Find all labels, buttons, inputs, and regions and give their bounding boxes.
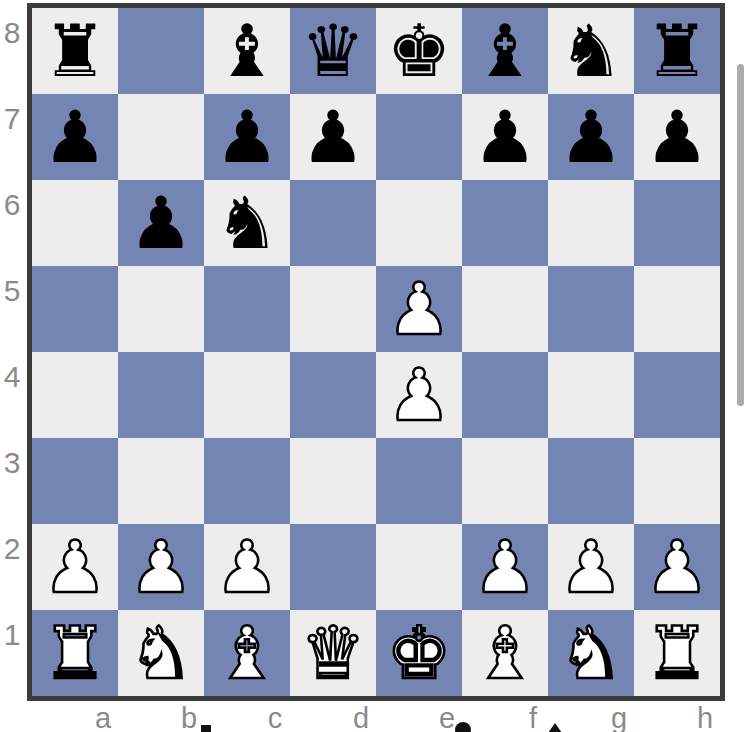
piece-black-bishop-f8: ♝ [473, 8, 538, 94]
square-g6[interactable] [548, 180, 634, 266]
square-h4[interactable] [634, 352, 720, 438]
square-e3[interactable] [376, 438, 462, 524]
square-d5[interactable] [290, 266, 376, 352]
square-e7[interactable] [376, 94, 462, 180]
square-h7[interactable]: ♟ [634, 94, 720, 180]
square-f2[interactable]: ♟ [462, 524, 548, 610]
piece-black-pawn-b6: ♟ [129, 180, 194, 266]
piece-black-pawn-h7: ♟ [645, 94, 710, 180]
square-h3[interactable] [634, 438, 720, 524]
square-g7[interactable]: ♟ [548, 94, 634, 180]
square-f5[interactable] [462, 266, 548, 352]
scrollbar-thumb[interactable] [737, 64, 744, 406]
piece-white-pawn-e5: ♟ [387, 266, 452, 352]
square-b6[interactable]: ♟ [118, 180, 204, 266]
square-f4[interactable] [462, 352, 548, 438]
piece-black-queen-d8: ♛ [301, 8, 366, 94]
square-g3[interactable] [548, 438, 634, 524]
square-g4[interactable] [548, 352, 634, 438]
piece-black-knight-g8: ♞ [559, 8, 624, 94]
file-label-e: e [439, 704, 455, 732]
square-h6[interactable] [634, 180, 720, 266]
square-f7[interactable]: ♟ [462, 94, 548, 180]
file-label-a: a [95, 704, 111, 732]
square-f3[interactable] [462, 438, 548, 524]
piece-white-knight-b1: ♞ [129, 610, 194, 696]
piece-white-pawn-h2: ♟ [645, 524, 710, 610]
square-b7[interactable] [118, 94, 204, 180]
square-g5[interactable] [548, 266, 634, 352]
square-f6[interactable] [462, 180, 548, 266]
square-c3[interactable] [204, 438, 290, 524]
cutoff-glyph-round-blob [455, 722, 471, 732]
square-g2[interactable]: ♟ [548, 524, 634, 610]
square-a4[interactable] [32, 352, 118, 438]
piece-black-pawn-g7: ♟ [559, 94, 624, 180]
square-b5[interactable] [118, 266, 204, 352]
square-b8[interactable] [118, 8, 204, 94]
square-c8[interactable]: ♝ [204, 8, 290, 94]
square-a1[interactable]: ♜ [32, 610, 118, 696]
square-g1[interactable]: ♞ [548, 610, 634, 696]
square-c2[interactable]: ♟ [204, 524, 290, 610]
square-b1[interactable]: ♞ [118, 610, 204, 696]
square-c4[interactable] [204, 352, 290, 438]
piece-white-bishop-f1: ♝ [473, 610, 538, 696]
rank-label-5: 5 [0, 274, 24, 307]
square-e6[interactable] [376, 180, 462, 266]
file-label-d: d [353, 704, 369, 732]
square-d4[interactable] [290, 352, 376, 438]
piece-white-pawn-c2: ♟ [215, 524, 280, 610]
square-b2[interactable]: ♟ [118, 524, 204, 610]
chess-app-viewport: 87654321 ♜♝♛♚♝♞♜♟♟♟♟♟♟♟♞♟♟♟♟♟♟♟♟♜♞♝♛♚♝♞♜… [0, 0, 750, 732]
rank-label-1: 1 [0, 618, 24, 651]
square-h5[interactable] [634, 266, 720, 352]
square-h1[interactable]: ♜ [634, 610, 720, 696]
square-g8[interactable]: ♞ [548, 8, 634, 94]
piece-black-king-e8: ♚ [387, 8, 452, 94]
square-d8[interactable]: ♛ [290, 8, 376, 94]
square-e2[interactable] [376, 524, 462, 610]
piece-black-knight-c6: ♞ [215, 180, 280, 266]
square-d2[interactable] [290, 524, 376, 610]
cutoff-glyph-triangle [548, 723, 562, 732]
piece-black-pawn-c7: ♟ [215, 94, 280, 180]
file-label-h: h [697, 704, 713, 732]
square-a2[interactable]: ♟ [32, 524, 118, 610]
square-a7[interactable]: ♟ [32, 94, 118, 180]
square-a5[interactable] [32, 266, 118, 352]
square-d6[interactable] [290, 180, 376, 266]
rank-label-7: 7 [0, 102, 24, 135]
rank-label-3: 3 [0, 446, 24, 479]
cutoff-glyph-square-dot [201, 725, 211, 732]
square-d7[interactable]: ♟ [290, 94, 376, 180]
square-c1[interactable]: ♝ [204, 610, 290, 696]
file-label-f: f [529, 704, 537, 732]
piece-white-pawn-g2: ♟ [559, 524, 624, 610]
piece-black-pawn-d7: ♟ [301, 94, 366, 180]
square-e4[interactable]: ♟ [376, 352, 462, 438]
square-b3[interactable] [118, 438, 204, 524]
file-label-b: b [181, 704, 197, 732]
piece-white-king-e1: ♚ [387, 610, 452, 696]
square-d1[interactable]: ♛ [290, 610, 376, 696]
square-e8[interactable]: ♚ [376, 8, 462, 94]
piece-white-rook-a1: ♜ [43, 610, 108, 696]
piece-white-pawn-e4: ♟ [387, 352, 452, 438]
piece-white-queen-d1: ♛ [301, 610, 366, 696]
square-c7[interactable]: ♟ [204, 94, 290, 180]
piece-black-bishop-c8: ♝ [215, 8, 280, 94]
rank-label-8: 8 [0, 16, 24, 49]
square-a3[interactable] [32, 438, 118, 524]
square-a8[interactable]: ♜ [32, 8, 118, 94]
piece-white-knight-g1: ♞ [559, 610, 624, 696]
square-e5[interactable]: ♟ [376, 266, 462, 352]
square-d3[interactable] [290, 438, 376, 524]
square-e1[interactable]: ♚ [376, 610, 462, 696]
rank-label-2: 2 [0, 532, 24, 565]
piece-black-rook-h8: ♜ [645, 8, 710, 94]
rank-label-4: 4 [0, 360, 24, 393]
file-label-g: g [611, 704, 627, 732]
square-b4[interactable] [118, 352, 204, 438]
square-f8[interactable]: ♝ [462, 8, 548, 94]
square-c6[interactable]: ♞ [204, 180, 290, 266]
rank-label-6: 6 [0, 188, 24, 221]
piece-white-bishop-c1: ♝ [215, 610, 280, 696]
piece-black-pawn-a7: ♟ [43, 94, 108, 180]
piece-black-rook-a8: ♜ [43, 8, 108, 94]
square-a6[interactable] [32, 180, 118, 266]
square-h2[interactable]: ♟ [634, 524, 720, 610]
piece-white-pawn-b2: ♟ [129, 524, 194, 610]
piece-white-rook-h1: ♜ [645, 610, 710, 696]
piece-black-pawn-f7: ♟ [473, 94, 538, 180]
file-label-c: c [268, 704, 283, 732]
square-f1[interactable]: ♝ [462, 610, 548, 696]
piece-white-pawn-f2: ♟ [473, 524, 538, 610]
piece-white-pawn-a2: ♟ [43, 524, 108, 610]
square-c5[interactable] [204, 266, 290, 352]
chess-board: ♜♝♛♚♝♞♜♟♟♟♟♟♟♟♞♟♟♟♟♟♟♟♟♜♞♝♛♚♝♞♜ [27, 3, 725, 701]
square-h8[interactable]: ♜ [634, 8, 720, 94]
